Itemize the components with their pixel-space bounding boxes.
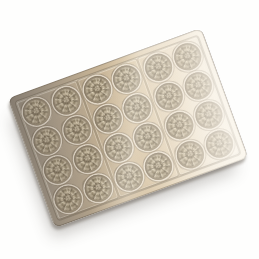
rose-relief-icon: [205, 129, 234, 158]
mold-cavity: [141, 149, 176, 184]
rose-relief-icon: [123, 93, 152, 122]
photo-canvas: [0, 0, 259, 259]
rose-relief-icon: [22, 97, 51, 126]
rose-relief-icon: [32, 126, 61, 155]
rose-relief-icon: [51, 86, 80, 115]
rose-relief-icon: [62, 115, 91, 144]
rose-relief-icon: [165, 111, 194, 140]
chocolate-mold-tray: [8, 28, 249, 228]
rose-relief-icon: [93, 104, 122, 133]
rose-relief-icon: [143, 53, 172, 82]
mold-cavity: [81, 171, 116, 206]
mold-plate: [14, 34, 242, 221]
rose-relief-icon: [144, 152, 173, 181]
rose-relief-icon: [183, 71, 212, 100]
rose-relief-icon: [173, 42, 202, 71]
mold-cavity: [202, 127, 237, 162]
rose-relief-icon: [112, 64, 141, 93]
rose-relief-icon: [73, 145, 102, 174]
rose-relief-icon: [194, 100, 223, 129]
rose-relief-icon: [154, 82, 183, 111]
rose-relief-icon: [83, 174, 112, 203]
rose-relief-icon: [114, 162, 143, 191]
rose-relief-icon: [83, 75, 112, 104]
rose-relief-icon: [133, 122, 162, 151]
rose-relief-icon: [43, 155, 72, 184]
rose-relief-icon: [104, 133, 133, 162]
rose-relief-icon: [175, 140, 204, 169]
rose-relief-icon: [54, 184, 83, 213]
